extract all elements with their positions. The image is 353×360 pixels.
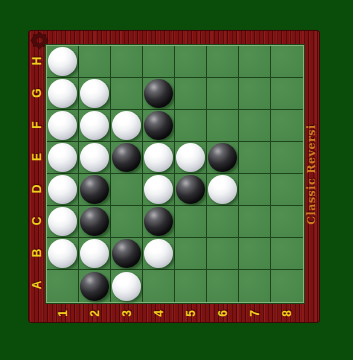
black-disc-D2 — [80, 175, 109, 204]
black-disc-E3 — [112, 143, 141, 172]
white-disc-D4 — [144, 175, 173, 204]
black-disc-B3 — [112, 239, 141, 268]
cell-F2[interactable] — [79, 110, 111, 142]
black-disc-G4 — [144, 79, 173, 108]
white-disc-E2 — [80, 143, 109, 172]
cell-C2[interactable] — [79, 206, 111, 238]
cell-C8[interactable] — [271, 206, 303, 238]
white-disc-A3 — [112, 272, 141, 301]
row-label-H: H — [21, 52, 53, 70]
cell-B5[interactable] — [175, 238, 207, 270]
cell-E3[interactable] — [111, 142, 143, 174]
row-label-F: F — [21, 116, 53, 134]
col-label-4: 4 — [149, 298, 168, 330]
app-title: Classic Reversi — [305, 124, 318, 224]
white-disc-F3 — [112, 111, 141, 140]
cell-G2[interactable] — [79, 78, 111, 110]
cell-B2[interactable] — [79, 238, 111, 270]
row-label-E: E — [21, 148, 53, 166]
cell-E8[interactable] — [271, 142, 303, 174]
col-label-8: 8 — [277, 298, 296, 330]
cell-H2[interactable] — [79, 46, 111, 78]
cell-D7[interactable] — [239, 174, 271, 206]
reversi-board — [46, 45, 304, 303]
cell-C6[interactable] — [207, 206, 239, 238]
white-disc-G2 — [80, 79, 109, 108]
cell-C3[interactable] — [111, 206, 143, 238]
col-label-2: 2 — [85, 298, 104, 330]
cell-G4[interactable] — [143, 78, 175, 110]
cell-G8[interactable] — [271, 78, 303, 110]
cell-D2[interactable] — [79, 174, 111, 206]
white-disc-F2 — [80, 111, 109, 140]
cell-G7[interactable] — [239, 78, 271, 110]
white-disc-E4 — [144, 143, 173, 172]
cell-C7[interactable] — [239, 206, 271, 238]
cell-F8[interactable] — [271, 110, 303, 142]
black-disc-A2 — [80, 272, 109, 301]
cell-B8[interactable] — [271, 238, 303, 270]
row-label-D: D — [21, 180, 53, 198]
cell-H7[interactable] — [239, 46, 271, 78]
row-label-A: A — [21, 276, 53, 294]
black-disc-C4 — [144, 207, 173, 236]
cell-H8[interactable] — [271, 46, 303, 78]
cell-C4[interactable] — [143, 206, 175, 238]
black-disc-C2 — [80, 207, 109, 236]
cell-E2[interactable] — [79, 142, 111, 174]
white-disc-E5 — [176, 143, 205, 172]
cell-H3[interactable] — [111, 46, 143, 78]
black-disc-F4 — [144, 111, 173, 140]
cell-B4[interactable] — [143, 238, 175, 270]
col-label-1: 1 — [53, 298, 72, 330]
cell-G3[interactable] — [111, 78, 143, 110]
cell-D8[interactable] — [271, 174, 303, 206]
cell-E5[interactable] — [175, 142, 207, 174]
cell-F4[interactable] — [143, 110, 175, 142]
cell-B3[interactable] — [111, 238, 143, 270]
cell-D4[interactable] — [143, 174, 175, 206]
reversi-app: { "game": "Reversi (Othello)", "app_titl… — [0, 0, 353, 360]
cell-H5[interactable] — [175, 46, 207, 78]
row-label-G: G — [21, 84, 53, 102]
cell-D3[interactable] — [111, 174, 143, 206]
white-disc-B2 — [80, 239, 109, 268]
col-label-7: 7 — [245, 298, 264, 330]
cell-E6[interactable] — [207, 142, 239, 174]
cell-G5[interactable] — [175, 78, 207, 110]
col-label-3: 3 — [117, 298, 136, 330]
white-disc-B4 — [144, 239, 173, 268]
black-disc-E6 — [208, 143, 237, 172]
app-title-sidebar: Classic Reversi — [303, 45, 320, 303]
cell-E7[interactable] — [239, 142, 271, 174]
cell-D5[interactable] — [175, 174, 207, 206]
col-label-5: 5 — [181, 298, 200, 330]
cell-C5[interactable] — [175, 206, 207, 238]
cell-E4[interactable] — [143, 142, 175, 174]
white-disc-D6 — [208, 175, 237, 204]
cell-F7[interactable] — [239, 110, 271, 142]
row-label-B: B — [21, 244, 53, 262]
col-label-6: 6 — [213, 298, 232, 330]
cell-F3[interactable] — [111, 110, 143, 142]
cell-F5[interactable] — [175, 110, 207, 142]
cell-H4[interactable] — [143, 46, 175, 78]
cell-B7[interactable] — [239, 238, 271, 270]
black-disc-D5 — [176, 175, 205, 204]
cell-G6[interactable] — [207, 78, 239, 110]
cell-F6[interactable] — [207, 110, 239, 142]
cell-H6[interactable] — [207, 46, 239, 78]
cell-D6[interactable] — [207, 174, 239, 206]
cell-B6[interactable] — [207, 238, 239, 270]
row-label-C: C — [21, 212, 53, 230]
